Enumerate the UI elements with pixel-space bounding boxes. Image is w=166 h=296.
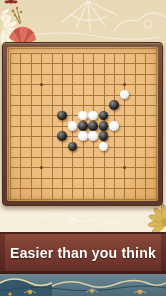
cell-12-6[interactable] bbox=[130, 110, 140, 120]
cell-7-10[interactable] bbox=[78, 152, 88, 162]
cell-0-5[interactable] bbox=[5, 100, 15, 110]
cell-14-3[interactable] bbox=[150, 79, 160, 89]
cell-10-14[interactable] bbox=[109, 193, 119, 203]
cell-11-14[interactable] bbox=[119, 193, 129, 203]
cell-5-4[interactable] bbox=[57, 89, 67, 99]
cell-14-11[interactable] bbox=[150, 162, 160, 172]
board-grid-lines bbox=[10, 53, 157, 200]
cell-12-8[interactable] bbox=[130, 131, 140, 141]
cell-11-7[interactable] bbox=[119, 121, 129, 131]
cell-4-10[interactable] bbox=[46, 152, 56, 162]
cell-7-2[interactable] bbox=[78, 69, 88, 79]
cell-10-13[interactable] bbox=[109, 183, 119, 193]
star-point bbox=[40, 83, 43, 86]
cell-1-13[interactable] bbox=[15, 183, 25, 193]
flower-decoration-left bbox=[0, 0, 36, 46]
cell-8-13[interactable] bbox=[88, 183, 98, 193]
cell-13-14[interactable] bbox=[140, 193, 150, 203]
cell-2-9[interactable] bbox=[26, 141, 36, 151]
cell-3-12[interactable] bbox=[36, 172, 46, 182]
cell-1-9[interactable] bbox=[15, 141, 25, 151]
white-stone bbox=[78, 131, 88, 141]
cell-5-8[interactable] bbox=[57, 131, 67, 141]
cell-14-12[interactable] bbox=[150, 172, 160, 182]
cell-13-1[interactable] bbox=[140, 58, 150, 68]
cell-5-2[interactable] bbox=[57, 69, 67, 79]
cell-6-5[interactable] bbox=[67, 100, 77, 110]
cell-2-2[interactable] bbox=[26, 69, 36, 79]
cell-12-11[interactable] bbox=[130, 162, 140, 172]
cell-6-11[interactable] bbox=[67, 162, 77, 172]
cell-3-7[interactable] bbox=[36, 121, 46, 131]
cell-9-3[interactable] bbox=[98, 79, 108, 89]
cell-6-0[interactable] bbox=[67, 48, 77, 58]
cell-1-10[interactable] bbox=[15, 152, 25, 162]
cell-4-7[interactable] bbox=[46, 121, 56, 131]
cell-6-10[interactable] bbox=[67, 152, 77, 162]
cell-11-5[interactable] bbox=[119, 100, 129, 110]
cell-9-6[interactable] bbox=[98, 110, 108, 120]
cell-8-2[interactable] bbox=[88, 69, 98, 79]
cell-12-13[interactable] bbox=[130, 183, 140, 193]
star-point bbox=[123, 83, 126, 86]
cell-2-14[interactable] bbox=[26, 193, 36, 203]
cell-1-11[interactable] bbox=[15, 162, 25, 172]
cell-5-11[interactable] bbox=[57, 162, 67, 172]
cell-6-1[interactable] bbox=[67, 58, 77, 68]
cell-0-12[interactable] bbox=[5, 172, 15, 182]
black-stone bbox=[57, 131, 67, 141]
cell-14-10[interactable] bbox=[150, 152, 160, 162]
cell-3-8[interactable] bbox=[36, 131, 46, 141]
cell-4-13[interactable] bbox=[46, 183, 56, 193]
cell-4-11[interactable] bbox=[46, 162, 56, 172]
cell-9-5[interactable] bbox=[98, 100, 108, 110]
cell-1-3[interactable] bbox=[15, 79, 25, 89]
cell-11-4[interactable] bbox=[119, 89, 129, 99]
cell-2-10[interactable] bbox=[26, 152, 36, 162]
board-cells bbox=[5, 48, 161, 204]
cell-8-11[interactable] bbox=[88, 162, 98, 172]
cell-13-8[interactable] bbox=[140, 131, 150, 141]
black-stone bbox=[57, 111, 67, 121]
black-stone bbox=[99, 131, 109, 141]
cell-8-5[interactable] bbox=[88, 100, 98, 110]
cell-3-13[interactable] bbox=[36, 183, 46, 193]
cell-9-9[interactable] bbox=[98, 141, 108, 151]
cell-13-11[interactable] bbox=[140, 162, 150, 172]
cell-8-12[interactable] bbox=[88, 172, 98, 182]
cell-4-9[interactable] bbox=[46, 141, 56, 151]
cell-11-3[interactable] bbox=[119, 79, 129, 89]
white-stone bbox=[120, 90, 130, 100]
cell-7-12[interactable] bbox=[78, 172, 88, 182]
cell-4-6[interactable] bbox=[46, 110, 56, 120]
cell-4-2[interactable] bbox=[46, 69, 56, 79]
cell-10-7[interactable] bbox=[109, 121, 119, 131]
cell-14-8[interactable] bbox=[150, 131, 160, 141]
cell-12-0[interactable] bbox=[130, 48, 140, 58]
cell-11-9[interactable] bbox=[119, 141, 129, 151]
cell-1-7[interactable] bbox=[15, 121, 25, 131]
cell-2-0[interactable] bbox=[26, 48, 36, 58]
cell-1-12[interactable] bbox=[15, 172, 25, 182]
cell-3-4[interactable] bbox=[36, 89, 46, 99]
cell-5-5[interactable] bbox=[57, 100, 67, 110]
cell-12-10[interactable] bbox=[130, 152, 140, 162]
cell-11-0[interactable] bbox=[119, 48, 129, 58]
cell-6-8[interactable] bbox=[67, 131, 77, 141]
cell-1-4[interactable] bbox=[15, 89, 25, 99]
cell-10-10[interactable] bbox=[109, 152, 119, 162]
cell-0-6[interactable] bbox=[5, 110, 15, 120]
cell-9-2[interactable] bbox=[98, 69, 108, 79]
cell-8-4[interactable] bbox=[88, 89, 98, 99]
cell-10-8[interactable] bbox=[109, 131, 119, 141]
cell-14-6[interactable] bbox=[150, 110, 160, 120]
cell-4-3[interactable] bbox=[46, 79, 56, 89]
cell-6-2[interactable] bbox=[67, 69, 77, 79]
cell-10-4[interactable] bbox=[109, 89, 119, 99]
cell-13-7[interactable] bbox=[140, 121, 150, 131]
cell-0-1[interactable] bbox=[5, 58, 15, 68]
cell-2-1[interactable] bbox=[26, 58, 36, 68]
cell-8-10[interactable] bbox=[88, 152, 98, 162]
cell-6-6[interactable] bbox=[67, 110, 77, 120]
cell-4-14[interactable] bbox=[46, 193, 56, 203]
cell-7-0[interactable] bbox=[78, 48, 88, 58]
cell-5-10[interactable] bbox=[57, 152, 67, 162]
cell-5-14[interactable] bbox=[57, 193, 67, 203]
cell-2-12[interactable] bbox=[26, 172, 36, 182]
cell-8-6[interactable] bbox=[88, 110, 98, 120]
cell-0-11[interactable] bbox=[5, 162, 15, 172]
cell-9-11[interactable] bbox=[98, 162, 108, 172]
cell-10-9[interactable] bbox=[109, 141, 119, 151]
cell-10-2[interactable] bbox=[109, 69, 119, 79]
cell-6-7[interactable] bbox=[67, 121, 77, 131]
cell-3-14[interactable] bbox=[36, 193, 46, 203]
cell-5-3[interactable] bbox=[57, 79, 67, 89]
cell-5-6[interactable] bbox=[57, 110, 67, 120]
white-stone bbox=[68, 121, 78, 131]
cell-14-1[interactable] bbox=[150, 58, 160, 68]
cell-7-6[interactable] bbox=[78, 110, 88, 120]
cell-13-10[interactable] bbox=[140, 152, 150, 162]
cell-14-14[interactable] bbox=[150, 193, 160, 203]
cell-3-9[interactable] bbox=[36, 141, 46, 151]
cell-11-10[interactable] bbox=[119, 152, 129, 162]
cell-4-0[interactable] bbox=[46, 48, 56, 58]
cell-1-0[interactable] bbox=[15, 48, 25, 58]
cell-0-9[interactable] bbox=[5, 141, 15, 151]
cell-0-13[interactable] bbox=[5, 183, 15, 193]
white-stone bbox=[99, 142, 109, 152]
cell-3-10[interactable] bbox=[36, 152, 46, 162]
cell-3-0[interactable] bbox=[36, 48, 46, 58]
cell-4-8[interactable] bbox=[46, 131, 56, 141]
cell-11-8[interactable] bbox=[119, 131, 129, 141]
cell-6-12[interactable] bbox=[67, 172, 77, 182]
cell-12-1[interactable] bbox=[130, 58, 140, 68]
wave-pattern-decoration bbox=[0, 274, 166, 296]
cell-7-3[interactable] bbox=[78, 79, 88, 89]
cell-13-0[interactable] bbox=[140, 48, 150, 58]
cell-3-11[interactable] bbox=[36, 162, 46, 172]
cell-2-7[interactable] bbox=[26, 121, 36, 131]
cell-8-9[interactable] bbox=[88, 141, 98, 151]
cell-2-8[interactable] bbox=[26, 131, 36, 141]
cell-2-4[interactable] bbox=[26, 89, 36, 99]
cell-4-1[interactable] bbox=[46, 58, 56, 68]
cell-5-9[interactable] bbox=[57, 141, 67, 151]
tagline-text: Easier than you think bbox=[10, 245, 156, 261]
cell-12-7[interactable] bbox=[130, 121, 140, 131]
cell-13-2[interactable] bbox=[140, 69, 150, 79]
cell-11-1[interactable] bbox=[119, 58, 129, 68]
white-stone bbox=[88, 111, 98, 121]
cell-0-8[interactable] bbox=[5, 131, 15, 141]
cell-9-14[interactable] bbox=[98, 193, 108, 203]
cell-14-7[interactable] bbox=[150, 121, 160, 131]
cell-13-4[interactable] bbox=[140, 89, 150, 99]
cell-5-1[interactable] bbox=[57, 58, 67, 68]
black-stone bbox=[78, 121, 88, 131]
cell-14-4[interactable] bbox=[150, 89, 160, 99]
cell-8-7[interactable] bbox=[88, 121, 98, 131]
board-surface bbox=[7, 47, 158, 201]
cell-9-13[interactable] bbox=[98, 183, 108, 193]
cell-9-8[interactable] bbox=[98, 131, 108, 141]
flower-decoration-right bbox=[148, 204, 166, 232]
cell-2-3[interactable] bbox=[26, 79, 36, 89]
tagline-banner: Easier than you think bbox=[0, 232, 166, 274]
cell-14-13[interactable] bbox=[150, 183, 160, 193]
white-stone bbox=[88, 131, 98, 141]
cell-7-14[interactable] bbox=[78, 193, 88, 203]
cell-9-10[interactable] bbox=[98, 152, 108, 162]
cell-10-11[interactable] bbox=[109, 162, 119, 172]
cell-12-9[interactable] bbox=[130, 141, 140, 151]
cell-7-9[interactable] bbox=[78, 141, 88, 151]
cell-11-2[interactable] bbox=[119, 69, 129, 79]
cell-3-3[interactable] bbox=[36, 79, 46, 89]
cell-3-2[interactable] bbox=[36, 69, 46, 79]
cell-1-6[interactable] bbox=[15, 110, 25, 120]
cell-9-4[interactable] bbox=[98, 89, 108, 99]
black-stone bbox=[99, 121, 109, 131]
cell-11-6[interactable] bbox=[119, 110, 129, 120]
cell-1-8[interactable] bbox=[15, 131, 25, 141]
cell-10-6[interactable] bbox=[109, 110, 119, 120]
cell-7-13[interactable] bbox=[78, 183, 88, 193]
cell-6-4[interactable] bbox=[67, 89, 77, 99]
cell-13-9[interactable] bbox=[140, 141, 150, 151]
cell-10-0[interactable] bbox=[109, 48, 119, 58]
cell-1-14[interactable] bbox=[15, 193, 25, 203]
cell-0-14[interactable] bbox=[5, 193, 15, 203]
cell-5-0[interactable] bbox=[57, 48, 67, 58]
cell-14-2[interactable] bbox=[150, 69, 160, 79]
cell-6-13[interactable] bbox=[67, 183, 77, 193]
cell-12-12[interactable] bbox=[130, 172, 140, 182]
cell-1-2[interactable] bbox=[15, 69, 25, 79]
white-stone bbox=[109, 121, 119, 131]
cell-8-14[interactable] bbox=[88, 193, 98, 203]
cell-6-3[interactable] bbox=[67, 79, 77, 89]
cell-13-12[interactable] bbox=[140, 172, 150, 182]
cell-1-1[interactable] bbox=[15, 58, 25, 68]
cell-11-11[interactable] bbox=[119, 162, 129, 172]
white-stone bbox=[78, 111, 88, 121]
star-point bbox=[40, 166, 43, 169]
cell-13-3[interactable] bbox=[140, 79, 150, 89]
cell-10-1[interactable] bbox=[109, 58, 119, 68]
cell-8-0[interactable] bbox=[88, 48, 98, 58]
cell-8-1[interactable] bbox=[88, 58, 98, 68]
cell-7-8[interactable] bbox=[78, 131, 88, 141]
cell-2-6[interactable] bbox=[26, 110, 36, 120]
cell-7-7[interactable] bbox=[78, 121, 88, 131]
cell-12-2[interactable] bbox=[130, 69, 140, 79]
cell-0-4[interactable] bbox=[5, 89, 15, 99]
cell-14-5[interactable] bbox=[150, 100, 160, 110]
cell-14-0[interactable] bbox=[150, 48, 160, 58]
cell-8-8[interactable] bbox=[88, 131, 98, 141]
cell-13-5[interactable] bbox=[140, 100, 150, 110]
black-stone bbox=[109, 100, 119, 110]
cell-13-6[interactable] bbox=[140, 110, 150, 120]
cell-0-7[interactable] bbox=[5, 121, 15, 131]
cell-10-3[interactable] bbox=[109, 79, 119, 89]
cell-12-3[interactable] bbox=[130, 79, 140, 89]
cell-3-5[interactable] bbox=[36, 100, 46, 110]
black-stone bbox=[99, 111, 109, 121]
cell-11-12[interactable] bbox=[119, 172, 129, 182]
cell-0-0[interactable] bbox=[5, 48, 15, 58]
cell-9-0[interactable] bbox=[98, 48, 108, 58]
cell-5-13[interactable] bbox=[57, 183, 67, 193]
cell-4-5[interactable] bbox=[46, 100, 56, 110]
cell-0-2[interactable] bbox=[5, 69, 15, 79]
cell-0-10[interactable] bbox=[5, 152, 15, 162]
cell-5-7[interactable] bbox=[57, 121, 67, 131]
cell-14-9[interactable] bbox=[150, 141, 160, 151]
cell-4-12[interactable] bbox=[46, 172, 56, 182]
cell-7-11[interactable] bbox=[78, 162, 88, 172]
cell-11-13[interactable] bbox=[119, 183, 129, 193]
cell-13-13[interactable] bbox=[140, 183, 150, 193]
cell-12-4[interactable] bbox=[130, 89, 140, 99]
cell-12-14[interactable] bbox=[130, 193, 140, 203]
cell-3-1[interactable] bbox=[36, 58, 46, 68]
cell-5-12[interactable] bbox=[57, 172, 67, 182]
cell-9-1[interactable] bbox=[98, 58, 108, 68]
cell-0-3[interactable] bbox=[5, 79, 15, 89]
cell-6-9[interactable] bbox=[67, 141, 77, 151]
app-screenshot: Easier than you think bbox=[0, 0, 166, 296]
cell-4-4[interactable] bbox=[46, 89, 56, 99]
cell-10-5[interactable] bbox=[109, 100, 119, 110]
star-point bbox=[123, 166, 126, 169]
cell-6-14[interactable] bbox=[67, 193, 77, 203]
cell-7-4[interactable] bbox=[78, 89, 88, 99]
cell-9-7[interactable] bbox=[98, 121, 108, 131]
cell-2-11[interactable] bbox=[26, 162, 36, 172]
cell-8-3[interactable] bbox=[88, 79, 98, 89]
cell-3-6[interactable] bbox=[36, 110, 46, 120]
star-point bbox=[81, 124, 84, 127]
black-stone bbox=[88, 121, 98, 131]
cell-10-12[interactable] bbox=[109, 172, 119, 182]
cell-7-1[interactable] bbox=[78, 58, 88, 68]
cell-1-5[interactable] bbox=[15, 100, 25, 110]
cell-7-5[interactable] bbox=[78, 100, 88, 110]
cell-2-13[interactable] bbox=[26, 183, 36, 193]
cell-9-12[interactable] bbox=[98, 172, 108, 182]
cell-2-5[interactable] bbox=[26, 100, 36, 110]
black-stone bbox=[68, 142, 78, 152]
cell-12-5[interactable] bbox=[130, 100, 140, 110]
gomoku-board[interactable] bbox=[2, 42, 163, 206]
